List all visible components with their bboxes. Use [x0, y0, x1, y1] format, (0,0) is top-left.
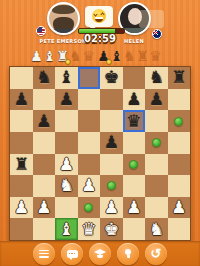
piece-black-p-e5: ♟: [104, 132, 119, 153]
square-a1[interactable]: [10, 218, 33, 240]
learn-button[interactable]: [89, 243, 111, 265]
tray-slot-n: ♞: [69, 47, 82, 66]
fading-emote-card: [139, 10, 164, 28]
square-f5[interactable]: [123, 132, 146, 154]
piece-black-p-f7: ♟: [126, 89, 141, 110]
piece-white-n-g1: ♞: [149, 219, 164, 240]
undo-button[interactable]: ↺: [145, 243, 167, 265]
square-c3[interactable]: ♞: [55, 175, 78, 197]
square-f8[interactable]: [123, 67, 146, 89]
square-b8[interactable]: ♞: [33, 67, 56, 89]
captured-tray-black: ♟♝♞♜♛: [97, 46, 162, 66]
square-d8[interactable]: [78, 67, 101, 89]
piece-black-p-g7: ♟: [149, 89, 164, 110]
square-b6[interactable]: ♟: [33, 110, 56, 132]
square-c1[interactable]: ♝: [55, 218, 78, 240]
square-c2[interactable]: [55, 197, 78, 219]
piece-black-p-c7: ♟: [59, 89, 74, 110]
piece-black-p-a7: ♟: [14, 89, 29, 110]
menu-button[interactable]: [33, 243, 55, 265]
emoji-eye: [100, 12, 104, 16]
legal-move-dot-f4[interactable]: [129, 160, 138, 169]
square-g6[interactable]: [145, 110, 168, 132]
square-c5[interactable]: [55, 132, 78, 154]
tray-slot-n: ♞: [123, 47, 136, 66]
square-e8[interactable]: ♚: [100, 67, 123, 89]
square-g8[interactable]: ♞: [145, 67, 168, 89]
square-d6[interactable]: [78, 110, 101, 132]
legal-move-dot-g5[interactable]: [152, 138, 161, 147]
piece-white-p-f2: ♟: [126, 197, 141, 218]
square-g4[interactable]: [145, 154, 168, 176]
tray-slot-r: ♜: [136, 47, 149, 66]
us-flag-icon: [36, 26, 46, 36]
square-h5[interactable]: [168, 132, 191, 154]
legal-move-dot-h6[interactable]: [174, 117, 183, 126]
square-f4[interactable]: [123, 154, 146, 176]
tray-slot-q: ♛: [82, 47, 95, 66]
square-a7[interactable]: ♟: [10, 89, 33, 111]
legal-move-dot-d2[interactable]: [84, 203, 93, 212]
square-e1[interactable]: ♚: [100, 218, 123, 240]
square-h1[interactable]: [168, 218, 191, 240]
square-b5[interactable]: [33, 132, 56, 154]
piece-black-p-b6: ♟: [36, 111, 51, 132]
square-e4[interactable]: [100, 154, 123, 176]
bottom-toolbar: ↺: [0, 241, 200, 266]
square-h2[interactable]: ♟: [168, 197, 191, 219]
square-d3[interactable]: ♟: [78, 175, 101, 197]
square-f2[interactable]: ♟: [123, 197, 146, 219]
square-g2[interactable]: [145, 197, 168, 219]
piece-white-k-e1: ♚: [104, 219, 119, 240]
graduation-cap-icon: [94, 249, 106, 258]
captured-white-r: ♜: [56, 47, 69, 66]
piece-black-k-e8: ♚: [104, 67, 119, 88]
emote-bubble: [85, 6, 113, 27]
square-a6[interactable]: [10, 110, 33, 132]
captured-tray-white: ♟♝♜♞♛: [30, 46, 95, 66]
square-c7[interactable]: ♟: [55, 89, 78, 111]
square-e5[interactable]: ♟: [100, 132, 123, 154]
avatar-hair: [52, 5, 75, 14]
piece-black-r-a4: ♜: [14, 154, 29, 175]
square-d4[interactable]: [78, 154, 101, 176]
square-d2[interactable]: [78, 197, 101, 219]
square-d1[interactable]: ♛: [78, 218, 101, 240]
square-h4[interactable]: [168, 154, 191, 176]
square-a4[interactable]: ♜: [10, 154, 33, 176]
square-g7[interactable]: ♟: [145, 89, 168, 111]
game-clock: 02:59: [70, 33, 130, 44]
chess-board: ♞♝♚♞♜♟♟♟♟♟♛♟♜♟♞♟♟♟♟♟♟♝♛♚♞: [9, 66, 191, 241]
captured-white-p: ♟: [30, 47, 43, 66]
menu-icon: [39, 250, 49, 258]
chat-icon: [67, 250, 78, 258]
piece-white-q-d1: ♛: [81, 219, 96, 240]
square-a8[interactable]: [10, 67, 33, 89]
chat-button[interactable]: [61, 243, 83, 265]
square-c4[interactable]: ♟: [55, 154, 78, 176]
piece-black-n-b8: ♞: [36, 67, 51, 88]
square-a5[interactable]: [10, 132, 33, 154]
undo-icon: ↺: [151, 247, 162, 260]
square-c8[interactable]: ♝: [55, 67, 78, 89]
square-f3[interactable]: [123, 175, 146, 197]
square-g1[interactable]: ♞: [145, 218, 168, 240]
hint-button[interactable]: [117, 243, 139, 265]
captured-black-b: ♝: [110, 47, 123, 66]
emoji-eye: [93, 12, 97, 16]
square-h6[interactable]: [168, 110, 191, 132]
square-f6[interactable]: ♛: [123, 110, 146, 132]
laughing-emoji-icon: [92, 9, 106, 23]
square-b2[interactable]: ♟: [33, 197, 56, 219]
square-f7[interactable]: ♟: [123, 89, 146, 111]
square-h7[interactable]: [168, 89, 191, 111]
piece-black-q-f6: ♛: [126, 111, 141, 132]
tray-slot-q: ♛: [149, 47, 162, 66]
piece-black-b-c8: ♝: [59, 67, 74, 88]
square-e3[interactable]: [100, 175, 123, 197]
piece-white-p-c4: ♟: [59, 154, 74, 175]
piece-white-p-b2: ♟: [36, 197, 51, 218]
square-e7[interactable]: [100, 89, 123, 111]
piece-white-n-c3: ♞: [59, 175, 74, 196]
piece-white-p-d3: ♟: [81, 175, 96, 196]
square-e2[interactable]: ♟: [100, 197, 123, 219]
square-f1[interactable]: [123, 218, 146, 240]
piece-white-b-c1: ♝: [59, 219, 74, 240]
square-b3[interactable]: [33, 175, 56, 197]
captured-white-b: ♝: [43, 47, 56, 66]
square-d5[interactable]: [78, 132, 101, 154]
emoji-mouth: [95, 17, 103, 22]
square-h8[interactable]: ♜: [168, 67, 191, 89]
square-g3[interactable]: [145, 175, 168, 197]
lightbulb-icon: [124, 249, 132, 259]
square-b7[interactable]: [33, 89, 56, 111]
square-a2[interactable]: ♟: [10, 197, 33, 219]
piece-black-r-h8: ♜: [171, 67, 186, 88]
captured-black-p: ♟: [97, 47, 110, 66]
piece-white-p-a2: ♟: [14, 197, 29, 218]
legal-move-dot-e3[interactable]: [107, 181, 116, 190]
square-d7[interactable]: [78, 89, 101, 111]
square-g5[interactable]: [145, 132, 168, 154]
square-h3[interactable]: [168, 175, 191, 197]
piece-white-p-e2: ♟: [104, 197, 119, 218]
square-a3[interactable]: [10, 175, 33, 197]
square-b1[interactable]: [33, 218, 56, 240]
square-b4[interactable]: [33, 154, 56, 176]
piece-black-n-g8: ♞: [149, 67, 164, 88]
piece-white-p-h2: ♟: [171, 197, 186, 218]
square-e6[interactable]: [100, 110, 123, 132]
chess-app-screen: PETE EMERSON HELEN 02:59 ♟♝♜♞♛ ♟♝♞♜♛ ♞♝♚…: [0, 0, 200, 266]
player-white-avatar[interactable]: [47, 2, 80, 35]
square-c6[interactable]: [55, 110, 78, 132]
